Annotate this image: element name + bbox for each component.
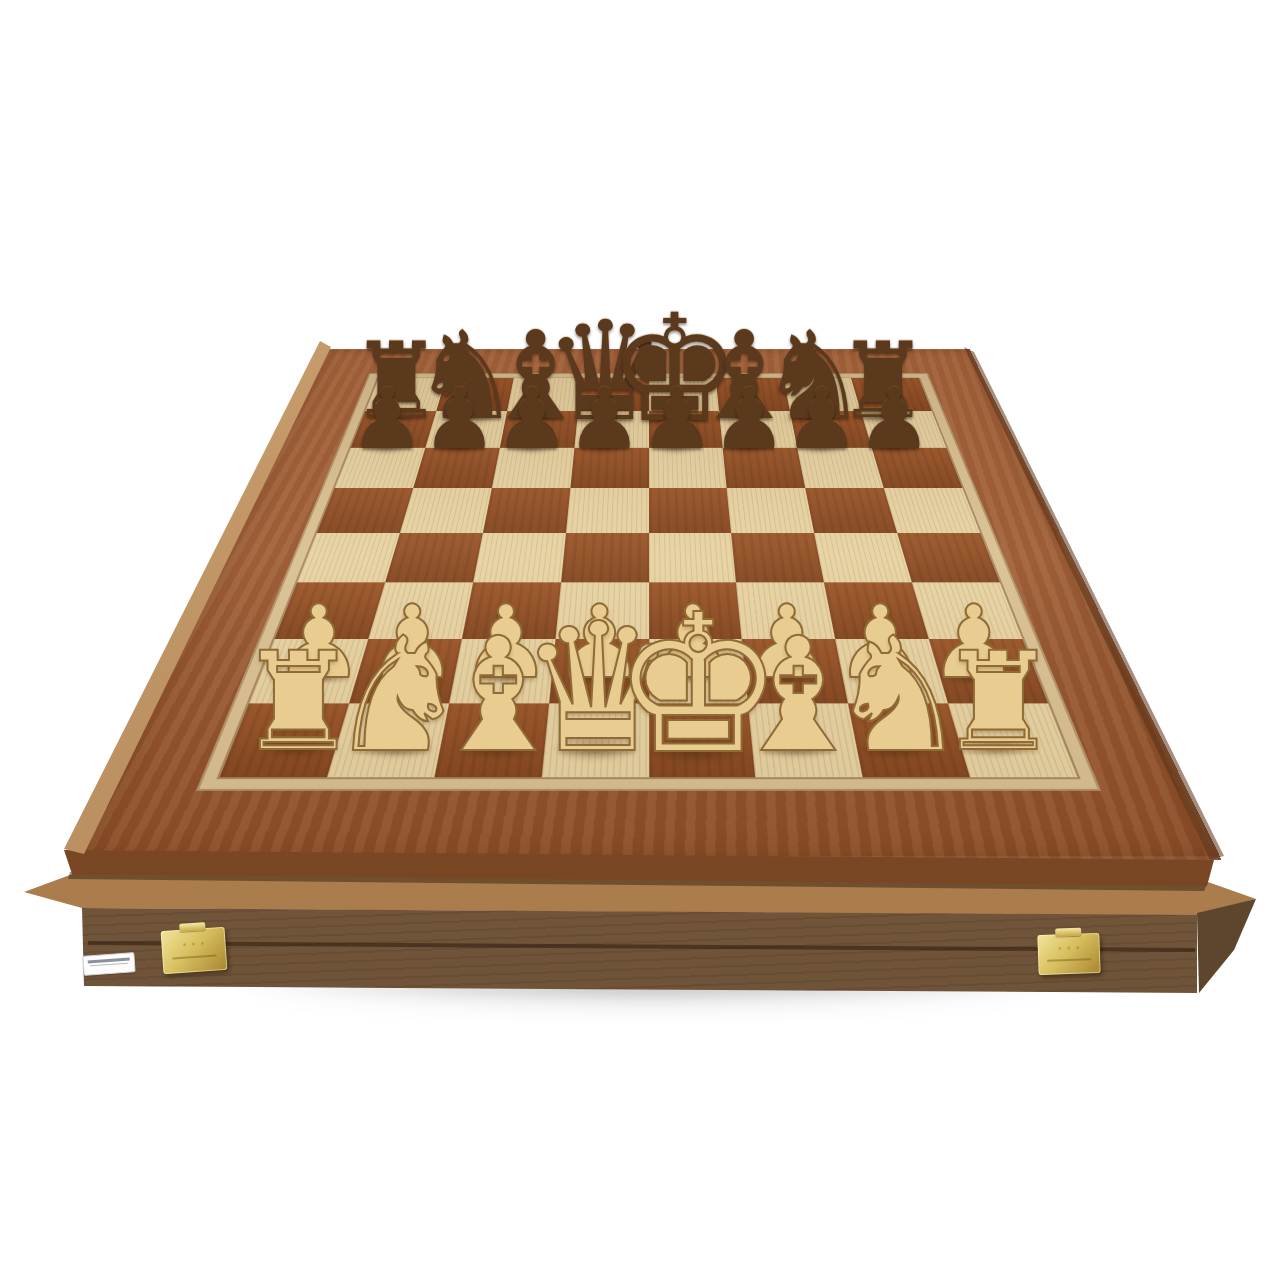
sticker-text-line xyxy=(90,963,128,967)
square-g3 xyxy=(824,583,929,640)
square-b8 xyxy=(436,378,513,411)
square-e1 xyxy=(649,704,756,778)
square-c5 xyxy=(483,488,570,533)
square-c3 xyxy=(462,583,561,640)
square-d3 xyxy=(555,583,648,640)
square-a4 xyxy=(297,533,400,583)
square-g5 xyxy=(805,488,897,533)
square-g1 xyxy=(848,704,970,778)
square-b1 xyxy=(327,704,449,778)
square-c4 xyxy=(473,533,566,583)
square-h8 xyxy=(851,378,932,411)
square-a2 xyxy=(249,639,368,703)
square-g2 xyxy=(835,639,948,703)
board-surface xyxy=(76,349,1222,859)
square-h7 xyxy=(861,411,946,447)
clasp-emboss-logo xyxy=(1056,945,1082,952)
square-d1 xyxy=(541,704,648,778)
square-h5 xyxy=(884,488,980,533)
square-h6 xyxy=(872,448,962,488)
square-f5 xyxy=(727,488,814,533)
square-a6 xyxy=(335,448,425,488)
square-h3 xyxy=(912,583,1022,640)
square-f4 xyxy=(731,533,824,583)
square-h1 xyxy=(948,704,1077,778)
square-a8 xyxy=(365,378,446,411)
square-d8 xyxy=(578,378,649,411)
square-b2 xyxy=(349,639,462,703)
square-e6 xyxy=(649,448,727,488)
square-f1 xyxy=(748,704,863,778)
square-g4 xyxy=(814,533,912,583)
square-a7 xyxy=(351,411,436,447)
square-e2 xyxy=(649,639,749,703)
square-c1 xyxy=(434,704,549,778)
square-f7 xyxy=(719,411,797,447)
square-g6 xyxy=(797,448,883,488)
square-f3 xyxy=(736,583,835,640)
square-d6 xyxy=(570,448,648,488)
square-d2 xyxy=(549,639,649,703)
square-c2 xyxy=(449,639,555,703)
square-b6 xyxy=(413,448,499,488)
square-h2 xyxy=(929,639,1048,703)
square-f2 xyxy=(742,639,848,703)
square-b7 xyxy=(425,411,507,447)
brass-clasp-right-icon xyxy=(1037,933,1100,975)
board-border-strip xyxy=(196,373,1101,791)
square-c8 xyxy=(507,378,581,411)
square-b5 xyxy=(400,488,492,533)
square-b3 xyxy=(368,583,473,640)
square-e3 xyxy=(649,583,742,640)
square-b4 xyxy=(385,533,483,583)
square-d5 xyxy=(566,488,649,533)
square-g7 xyxy=(790,411,872,447)
square-h4 xyxy=(897,533,1000,583)
brass-clasp-left-icon xyxy=(161,927,228,974)
square-e7 xyxy=(649,411,723,447)
square-a1 xyxy=(220,704,349,778)
ground-shadow-inner xyxy=(110,976,1180,1002)
clasp-emboss-logo xyxy=(180,940,206,948)
square-c7 xyxy=(500,411,578,447)
square-e5 xyxy=(649,488,732,533)
square-d4 xyxy=(561,533,649,583)
square-a3 xyxy=(275,583,385,640)
square-e8 xyxy=(649,378,720,411)
square-g8 xyxy=(784,378,861,411)
barcode-sticker xyxy=(82,952,135,976)
square-d7 xyxy=(574,411,648,447)
board-grid xyxy=(220,378,1078,777)
square-f6 xyxy=(723,448,805,488)
square-a5 xyxy=(317,488,413,533)
square-f8 xyxy=(716,378,790,411)
chess-set-photo: ♜♞♝♛♚♝♞♜♟♟♟♟♟♟♟♟♟♟♟♟♟♟♟♟♜♞♝♛♚♝♞♜ xyxy=(0,0,1280,1280)
square-c6 xyxy=(492,448,574,488)
square-e4 xyxy=(649,533,737,583)
